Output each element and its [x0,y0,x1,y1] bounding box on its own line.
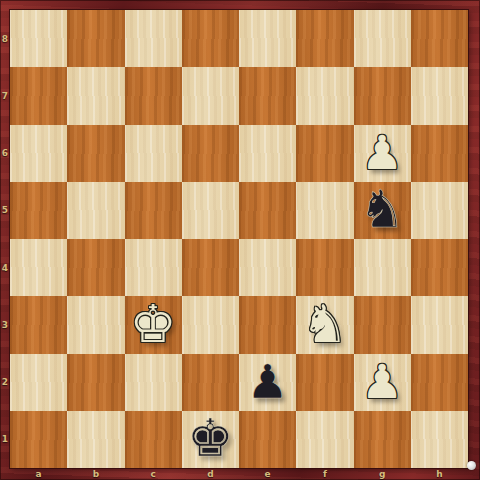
square-h2[interactable] [411,354,468,411]
square-h7[interactable] [411,67,468,124]
rank-label-5: 5 [2,205,8,215]
rank-label-1: 1 [2,434,8,444]
rank-label-2: 2 [2,377,8,387]
square-d2[interactable] [182,354,239,411]
corner-button[interactable] [467,461,476,470]
square-e6[interactable] [239,125,296,182]
square-h4[interactable] [411,239,468,296]
file-label-h: h [436,469,442,479]
white-king[interactable]: ♚ [130,298,177,350]
file-label-g: g [379,469,385,479]
square-e2[interactable]: ♟ [239,354,296,411]
square-a7[interactable] [10,67,67,124]
black-king[interactable]: ♚ [187,412,234,464]
chessboard: ♟♞♚♞♟♟♚ [10,10,468,468]
square-c8[interactable] [125,10,182,67]
square-g8[interactable] [354,10,411,67]
square-f3[interactable]: ♞ [296,296,353,353]
square-b6[interactable] [67,125,124,182]
file-label-f: f [323,469,327,479]
square-a2[interactable] [10,354,67,411]
square-d4[interactable] [182,239,239,296]
square-h3[interactable] [411,296,468,353]
square-d1[interactable]: ♚ [182,411,239,468]
square-a4[interactable] [10,239,67,296]
square-f5[interactable] [296,182,353,239]
square-d5[interactable] [182,182,239,239]
square-f6[interactable] [296,125,353,182]
rank-label-6: 6 [2,148,8,158]
square-d7[interactable] [182,67,239,124]
white-pawn[interactable]: ♟ [361,129,403,176]
rank-label-3: 3 [2,320,8,330]
square-b4[interactable] [67,239,124,296]
square-f7[interactable] [296,67,353,124]
square-e8[interactable] [239,10,296,67]
square-b5[interactable] [67,182,124,239]
square-f1[interactable] [296,411,353,468]
square-g1[interactable] [354,411,411,468]
square-h6[interactable] [411,125,468,182]
white-knight[interactable]: ♞ [302,298,349,350]
rank-label-8: 8 [2,34,8,44]
square-c6[interactable] [125,125,182,182]
square-c5[interactable] [125,182,182,239]
rank-label-7: 7 [2,91,8,101]
square-a5[interactable] [10,182,67,239]
square-c4[interactable] [125,239,182,296]
square-b3[interactable] [67,296,124,353]
square-a6[interactable] [10,125,67,182]
square-d8[interactable] [182,10,239,67]
square-g6[interactable]: ♟ [354,125,411,182]
square-g2[interactable]: ♟ [354,354,411,411]
square-e7[interactable] [239,67,296,124]
square-f2[interactable] [296,354,353,411]
white-pawn[interactable]: ♟ [361,358,403,405]
square-b2[interactable] [67,354,124,411]
square-c3[interactable]: ♚ [125,296,182,353]
square-e3[interactable] [239,296,296,353]
square-b8[interactable] [67,10,124,67]
square-b1[interactable] [67,411,124,468]
file-label-b: b [93,469,99,479]
square-c1[interactable] [125,411,182,468]
square-d6[interactable] [182,125,239,182]
square-c7[interactable] [125,67,182,124]
square-a1[interactable] [10,411,67,468]
square-d3[interactable] [182,296,239,353]
file-label-a: a [36,469,42,479]
square-g7[interactable] [354,67,411,124]
square-h1[interactable] [411,411,468,468]
square-g3[interactable] [354,296,411,353]
square-c2[interactable] [125,354,182,411]
square-e5[interactable] [239,182,296,239]
square-b7[interactable] [67,67,124,124]
square-g5[interactable]: ♞ [354,182,411,239]
square-a8[interactable] [10,10,67,67]
square-e4[interactable] [239,239,296,296]
file-label-c: c [150,469,155,479]
square-h5[interactable] [411,182,468,239]
square-g4[interactable] [354,239,411,296]
file-label-d: d [207,469,213,479]
black-pawn[interactable]: ♟ [247,358,289,405]
square-e1[interactable] [239,411,296,468]
square-h8[interactable] [411,10,468,67]
rank-label-4: 4 [2,263,8,273]
square-a3[interactable] [10,296,67,353]
file-label-e: e [265,469,271,479]
black-knight[interactable]: ♞ [359,183,406,235]
chessboard-window: ♟♞♚♞♟♟♚ 87654321 abcdefgh [0,0,480,480]
square-f8[interactable] [296,10,353,67]
square-f4[interactable] [296,239,353,296]
